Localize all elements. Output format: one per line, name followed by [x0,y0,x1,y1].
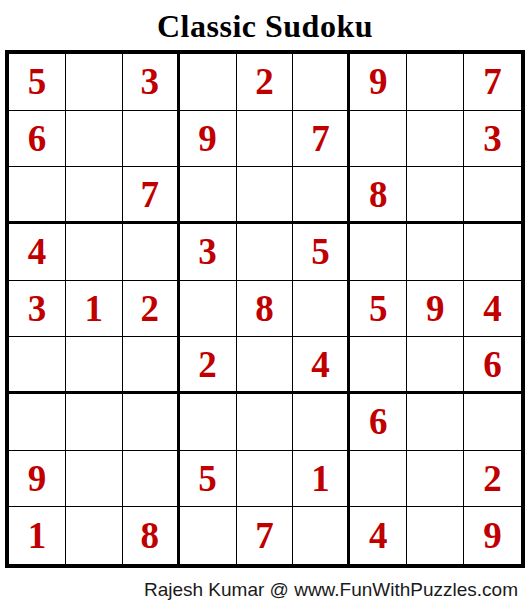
cell-r4c4: 3 [180,224,237,281]
cell-r4c3[interactable] [123,224,180,281]
cell-r7c1[interactable] [9,394,66,451]
cell-r6c6: 4 [293,337,350,394]
cell-r6c2[interactable] [66,337,123,394]
cell-r5c5: 8 [237,281,294,338]
cell-r8c1: 9 [9,451,66,508]
cell-r6c5[interactable] [237,337,294,394]
cell-r8c3[interactable] [123,451,180,508]
cell-r8c4: 5 [180,451,237,508]
cell-r5c4[interactable] [180,281,237,338]
cell-r7c5[interactable] [237,394,294,451]
cell-r1c4[interactable] [180,54,237,111]
cell-r3c2[interactable] [66,167,123,224]
cell-r1c8[interactable] [407,54,464,111]
cell-r8c7[interactable] [350,451,407,508]
cell-r2c1: 6 [9,111,66,168]
cell-r7c7: 6 [350,394,407,451]
cell-r3c5[interactable] [237,167,294,224]
cell-r9c6[interactable] [293,507,350,564]
cell-r6c9: 6 [464,337,521,394]
cell-r9c5: 7 [237,507,294,564]
cell-r3c1[interactable] [9,167,66,224]
page: Classic Sudoku 5329769737843531285942466… [0,0,530,609]
cell-r6c1[interactable] [9,337,66,394]
cell-r4c2[interactable] [66,224,123,281]
cell-r8c2[interactable] [66,451,123,508]
cell-r1c6[interactable] [293,54,350,111]
cell-r9c7: 4 [350,507,407,564]
cell-r3c8[interactable] [407,167,464,224]
cell-r2c7[interactable] [350,111,407,168]
cell-r8c6: 1 [293,451,350,508]
cell-r4c5[interactable] [237,224,294,281]
cell-r4c9[interactable] [464,224,521,281]
cell-r1c7: 9 [350,54,407,111]
cell-r2c3[interactable] [123,111,180,168]
cell-r4c8[interactable] [407,224,464,281]
cell-r1c2[interactable] [66,54,123,111]
cell-r5c7: 5 [350,281,407,338]
cell-r1c5: 2 [237,54,294,111]
cell-r9c1: 1 [9,507,66,564]
cell-r7c8[interactable] [407,394,464,451]
cell-r7c9[interactable] [464,394,521,451]
cell-r4c1: 4 [9,224,66,281]
cell-r6c8[interactable] [407,337,464,394]
cell-r3c9[interactable] [464,167,521,224]
cell-r2c6: 7 [293,111,350,168]
cell-r5c1: 3 [9,281,66,338]
cell-r9c2[interactable] [66,507,123,564]
cell-r2c8[interactable] [407,111,464,168]
credit-text: Rajesh Kumar @ www.FunWithPuzzles.com [144,579,518,601]
cell-r2c5[interactable] [237,111,294,168]
cell-r7c2[interactable] [66,394,123,451]
cell-r6c3[interactable] [123,337,180,394]
cell-r5c3: 2 [123,281,180,338]
cell-r8c5[interactable] [237,451,294,508]
cell-r5c6[interactable] [293,281,350,338]
cell-r1c1: 5 [9,54,66,111]
cell-r7c4[interactable] [180,394,237,451]
cell-r4c6: 5 [293,224,350,281]
cell-r2c2[interactable] [66,111,123,168]
cell-r5c2: 1 [66,281,123,338]
cell-r7c3[interactable] [123,394,180,451]
cell-r3c7: 8 [350,167,407,224]
cell-r4c7[interactable] [350,224,407,281]
cell-r8c9: 2 [464,451,521,508]
cell-r9c9: 9 [464,507,521,564]
cell-r2c4: 9 [180,111,237,168]
cell-r9c8[interactable] [407,507,464,564]
page-title: Classic Sudoku [0,0,530,50]
cell-r2c9: 3 [464,111,521,168]
cell-r5c9: 4 [464,281,521,338]
cell-r7c6[interactable] [293,394,350,451]
cell-r6c4: 2 [180,337,237,394]
sudoku-board: 5329769737843531285942466951218749 [5,50,525,568]
cell-r1c3: 3 [123,54,180,111]
cell-r9c3: 8 [123,507,180,564]
cell-r3c6[interactable] [293,167,350,224]
cell-r6c7[interactable] [350,337,407,394]
cell-r1c9: 7 [464,54,521,111]
cell-r8c8[interactable] [407,451,464,508]
cell-r5c8: 9 [407,281,464,338]
cell-r3c4[interactable] [180,167,237,224]
cell-r9c4[interactable] [180,507,237,564]
cell-r3c3: 7 [123,167,180,224]
